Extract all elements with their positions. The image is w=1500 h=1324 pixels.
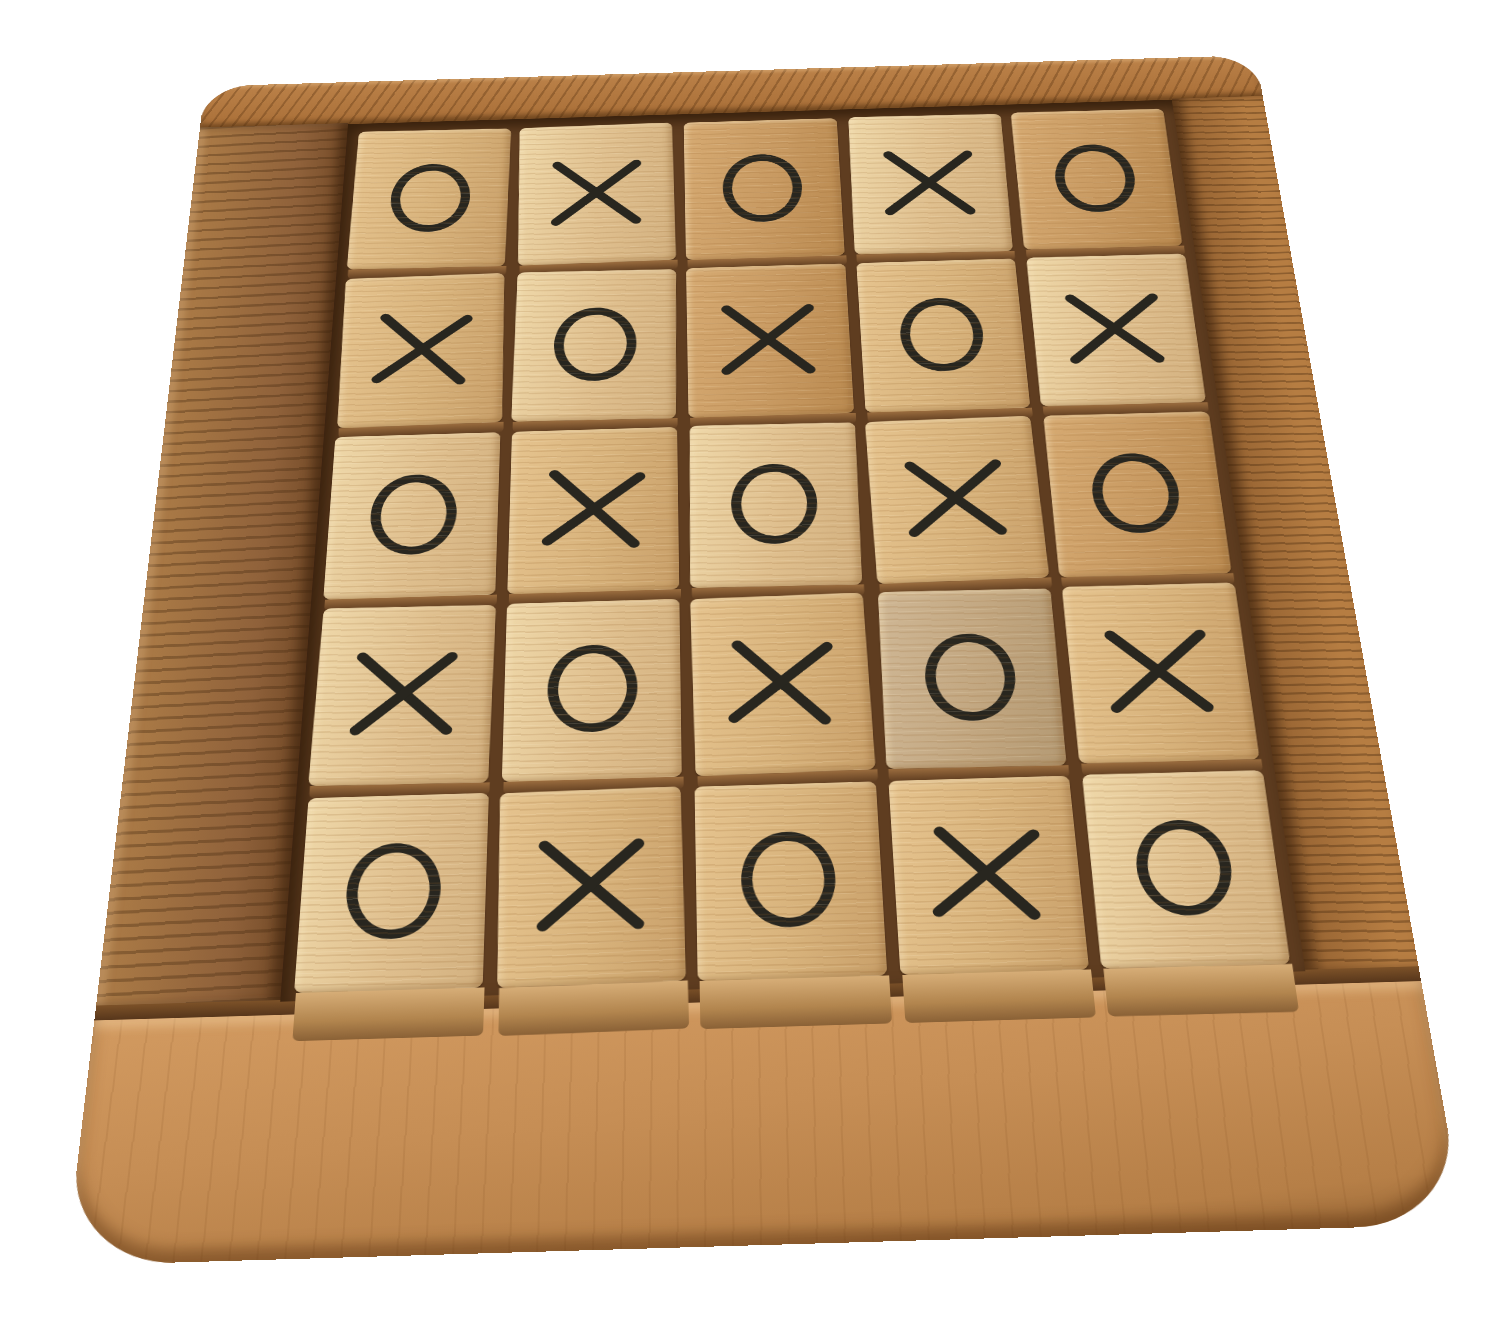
o-mark <box>1052 144 1139 213</box>
tile-r1c1-o[interactable] <box>347 128 512 269</box>
x-mark <box>879 441 1033 557</box>
tile-r4c5-x[interactable] <box>1062 583 1260 764</box>
o-mark <box>553 307 637 382</box>
o-mark <box>740 830 838 928</box>
tile-r5c1-o[interactable] <box>294 793 489 994</box>
board-perspective-wrap <box>65 75 1465 1245</box>
x-mark <box>705 623 857 745</box>
x-mark <box>517 453 668 566</box>
o-mark <box>898 297 986 373</box>
o-mark <box>344 842 443 941</box>
tile-r4c3-x[interactable] <box>691 593 877 777</box>
o-mark <box>547 644 638 734</box>
tile-r4c2-o[interactable] <box>502 599 682 782</box>
product-photo <box>0 0 1500 1324</box>
tile-r2c4-o[interactable] <box>856 259 1030 413</box>
board-recess <box>280 100 1305 1002</box>
x-mark <box>908 806 1068 941</box>
tile-r2c1-x[interactable] <box>337 273 504 429</box>
tile-r4c1-x[interactable] <box>308 605 496 787</box>
o-mark <box>722 153 804 223</box>
wooden-tray <box>65 55 1464 1266</box>
tile-r2c5-x[interactable] <box>1026 254 1206 407</box>
x-mark <box>1041 277 1191 382</box>
tile-r5c2-x[interactable] <box>497 786 686 988</box>
tile-r3c5-o[interactable] <box>1043 411 1231 577</box>
x-mark <box>699 287 840 393</box>
tile-r5c4-x[interactable] <box>888 775 1089 975</box>
x-mark <box>861 135 999 232</box>
o-mark <box>368 473 458 555</box>
x-mark <box>348 299 496 401</box>
o-mark <box>1131 819 1237 917</box>
x-mark <box>530 144 664 243</box>
o-mark <box>1088 452 1184 534</box>
board-grid <box>294 109 1291 994</box>
tile-r3c3-o[interactable] <box>690 422 863 588</box>
o-mark <box>731 463 819 545</box>
x-mark <box>1077 610 1241 735</box>
o-mark <box>922 633 1018 722</box>
tile-r1c4-x[interactable] <box>848 114 1013 255</box>
x-mark <box>512 816 671 955</box>
tile-r1c5-o[interactable] <box>1011 109 1183 250</box>
tile-r2c3-x[interactable] <box>686 264 853 418</box>
tile-r5c5-o[interactable] <box>1082 770 1290 969</box>
o-mark <box>388 163 472 233</box>
tile-r3c2-x[interactable] <box>507 427 679 595</box>
tile-r4c4-o[interactable] <box>878 589 1067 770</box>
tile-r2c2-o[interactable] <box>511 269 676 422</box>
tile-r3c1-o[interactable] <box>323 432 500 600</box>
x-mark <box>324 632 482 757</box>
tile-r5c3-o[interactable] <box>695 781 887 981</box>
tile-r1c3-o[interactable] <box>684 118 844 260</box>
tile-r3c4-x[interactable] <box>865 416 1050 585</box>
tile-r1c2-x[interactable] <box>518 122 676 266</box>
